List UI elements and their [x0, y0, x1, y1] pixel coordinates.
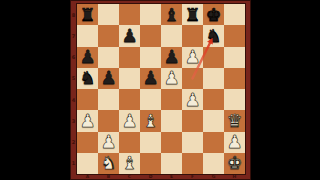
piece-black-pawn[interactable]: ♟: [100, 69, 116, 87]
square-d7[interactable]: [140, 25, 161, 46]
square-f4[interactable]: ♟: [182, 89, 203, 110]
square-h4[interactable]: [224, 89, 245, 110]
file-label: C: [119, 174, 140, 180]
piece-white-queen[interactable]: ♛: [226, 112, 242, 130]
square-b8[interactable]: [98, 4, 119, 25]
square-b5[interactable]: ♟: [98, 68, 119, 89]
square-f6[interactable]: ♟: [182, 47, 203, 68]
square-d3[interactable]: ♝: [140, 110, 161, 131]
rank-label: 5: [70, 68, 77, 89]
square-g7[interactable]: ♞: [203, 25, 224, 46]
square-d1[interactable]: [140, 153, 161, 174]
square-c6[interactable]: [119, 47, 140, 68]
square-c4[interactable]: [119, 89, 140, 110]
square-a8[interactable]: ♜: [77, 4, 98, 25]
piece-white-pawn[interactable]: ♟: [226, 133, 242, 151]
square-e5[interactable]: ♟: [161, 68, 182, 89]
square-g4[interactable]: [203, 89, 224, 110]
piece-white-bishop[interactable]: ♝: [142, 112, 158, 130]
square-h2[interactable]: ♟: [224, 132, 245, 153]
piece-white-pawn[interactable]: ♟: [163, 69, 179, 87]
rank-label: 3: [70, 110, 77, 131]
chess-board: ♜♝♜♚♟♞♟♟♟♞♟♟♟♟♟♟♝♛♟♟♞♝♚: [77, 4, 245, 174]
square-f1[interactable]: [182, 153, 203, 174]
square-b1[interactable]: ♞: [98, 153, 119, 174]
rank-coordinates: 87654321: [70, 4, 77, 174]
square-c5[interactable]: [119, 68, 140, 89]
square-c1[interactable]: ♝: [119, 153, 140, 174]
square-a5[interactable]: ♞: [77, 68, 98, 89]
square-a2[interactable]: [77, 132, 98, 153]
square-h6[interactable]: [224, 47, 245, 68]
rank-label: 6: [70, 47, 77, 68]
piece-black-rook[interactable]: ♜: [79, 6, 95, 24]
piece-black-knight[interactable]: ♞: [205, 27, 221, 45]
piece-black-pawn[interactable]: ♟: [142, 69, 158, 87]
square-g1[interactable]: [203, 153, 224, 174]
file-label: F: [182, 174, 203, 180]
piece-black-king[interactable]: ♚: [205, 6, 221, 24]
square-g8[interactable]: ♚: [203, 4, 224, 25]
square-d5[interactable]: ♟: [140, 68, 161, 89]
square-g5[interactable]: [203, 68, 224, 89]
piece-white-pawn[interactable]: ♟: [100, 133, 116, 151]
square-a4[interactable]: [77, 89, 98, 110]
file-label: D: [140, 174, 161, 180]
square-b2[interactable]: ♟: [98, 132, 119, 153]
file-label: E: [161, 174, 182, 180]
square-e1[interactable]: [161, 153, 182, 174]
piece-black-rook[interactable]: ♜: [184, 6, 200, 24]
piece-black-pawn[interactable]: ♟: [79, 48, 95, 66]
square-a1[interactable]: [77, 153, 98, 174]
piece-black-knight[interactable]: ♞: [79, 69, 95, 87]
square-h5[interactable]: [224, 68, 245, 89]
piece-black-pawn[interactable]: ♟: [121, 27, 137, 45]
square-d4[interactable]: [140, 89, 161, 110]
piece-white-pawn[interactable]: ♟: [121, 112, 137, 130]
square-f8[interactable]: ♜: [182, 4, 203, 25]
piece-white-pawn[interactable]: ♟: [184, 91, 200, 109]
square-c3[interactable]: ♟: [119, 110, 140, 131]
piece-white-pawn[interactable]: ♟: [184, 48, 200, 66]
piece-black-bishop[interactable]: ♝: [163, 6, 179, 24]
square-d2[interactable]: [140, 132, 161, 153]
square-g6[interactable]: [203, 47, 224, 68]
piece-white-knight[interactable]: ♞: [100, 154, 116, 172]
rank-label: 8: [70, 4, 77, 25]
piece-white-pawn[interactable]: ♟: [79, 112, 95, 130]
square-b7[interactable]: [98, 25, 119, 46]
rank-label: 1: [70, 153, 77, 174]
chess-board-frame: 87654321 ABCDEFGH ♜♝♜♚♟♞♟♟♟♞♟♟♟♟♟♟♝♛♟♟♞♝…: [70, 0, 251, 180]
piece-black-pawn[interactable]: ♟: [163, 48, 179, 66]
square-e3[interactable]: [161, 110, 182, 131]
square-e4[interactable]: [161, 89, 182, 110]
file-coordinates: ABCDEFGH: [77, 174, 245, 180]
square-a3[interactable]: ♟: [77, 110, 98, 131]
square-e7[interactable]: [161, 25, 182, 46]
file-label: H: [224, 174, 245, 180]
file-label: A: [77, 174, 98, 180]
piece-white-bishop[interactable]: ♝: [121, 154, 137, 172]
square-d6[interactable]: [140, 47, 161, 68]
square-h7[interactable]: [224, 25, 245, 46]
square-h3[interactable]: ♛: [224, 110, 245, 131]
file-label: G: [203, 174, 224, 180]
square-b6[interactable]: [98, 47, 119, 68]
square-a6[interactable]: ♟: [77, 47, 98, 68]
square-f2[interactable]: [182, 132, 203, 153]
square-c8[interactable]: [119, 4, 140, 25]
square-h1[interactable]: ♚: [224, 153, 245, 174]
square-g2[interactable]: [203, 132, 224, 153]
square-h8[interactable]: [224, 4, 245, 25]
square-f3[interactable]: [182, 110, 203, 131]
square-e8[interactable]: ♝: [161, 4, 182, 25]
square-a7[interactable]: [77, 25, 98, 46]
square-f5[interactable]: [182, 68, 203, 89]
square-c2[interactable]: [119, 132, 140, 153]
square-e6[interactable]: ♟: [161, 47, 182, 68]
rank-label: 4: [70, 89, 77, 110]
square-b3[interactable]: [98, 110, 119, 131]
rank-label: 2: [70, 132, 77, 153]
square-d8[interactable]: [140, 4, 161, 25]
file-label: B: [98, 174, 119, 180]
square-g3[interactable]: [203, 110, 224, 131]
square-b4[interactable]: [98, 89, 119, 110]
square-f7[interactable]: [182, 25, 203, 46]
rank-label: 7: [70, 25, 77, 46]
letterboxed-background: 87654321 ABCDEFGH ♜♝♜♚♟♞♟♟♟♞♟♟♟♟♟♟♝♛♟♟♞♝…: [0, 0, 320, 180]
square-c7[interactable]: ♟: [119, 25, 140, 46]
square-e2[interactable]: [161, 132, 182, 153]
piece-white-king[interactable]: ♚: [226, 154, 242, 172]
